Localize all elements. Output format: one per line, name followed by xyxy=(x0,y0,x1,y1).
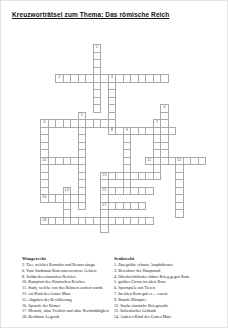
grid-cell[interactable] xyxy=(138,202,147,211)
down-clues-section: Senkrecht 1. Das größte erbaute Amphithe… xyxy=(114,256,189,320)
crossword-grid: 123456789101112131415161718 xyxy=(40,44,206,232)
grid-cell[interactable] xyxy=(153,172,162,181)
grid-cell[interactable] xyxy=(175,209,184,218)
grid-cell[interactable] xyxy=(168,127,177,136)
grid-cell[interactable] xyxy=(100,224,109,233)
across-clues-section: Waagerecht 2. Tier, welches Romulus und … xyxy=(22,256,109,320)
grid-cell[interactable] xyxy=(145,187,154,196)
grid-cell[interactable] xyxy=(93,104,102,113)
clue-item: 18. Berühmte Legende xyxy=(22,314,109,320)
clue-item: 6. Vom Stadtstaat Rom unterworfene Gebie… xyxy=(22,268,109,274)
grid-cell[interactable] xyxy=(78,202,87,211)
page-title: Kreuzworträtsel zum Thema: Das römische … xyxy=(12,11,169,18)
down-clues-list: 1. Das größte erbaute Amphitheater3. Bew… xyxy=(114,262,189,320)
across-clues-list: 2. Tier, welches Romulus und Remus säugt… xyxy=(22,262,109,320)
grid-cell[interactable] xyxy=(198,157,207,166)
grid-cell[interactable] xyxy=(160,74,169,83)
grid-cell[interactable] xyxy=(145,217,154,226)
clue-item: 14. Anderes Kind des Gottes Mars xyxy=(114,314,189,320)
